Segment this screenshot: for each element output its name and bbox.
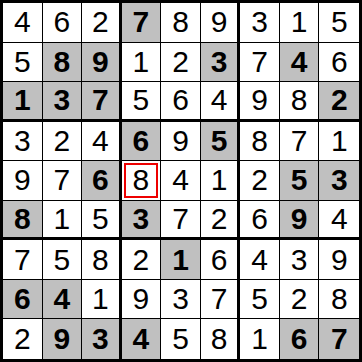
cell-digit: 4 — [133, 324, 150, 354]
cell-r7c9[interactable]: 9 — [319, 240, 359, 280]
cell-digit: 6 — [251, 204, 268, 234]
cell-r5c5[interactable]: 4 — [161, 161, 201, 201]
cell-digit: 5 — [211, 126, 228, 156]
cell-digit: 1 — [172, 245, 189, 275]
cell-digit: 1 — [133, 47, 150, 77]
cell-digit: 5 — [251, 284, 268, 314]
cell-r4c7[interactable]: 8 — [240, 122, 280, 162]
cell-digit: 7 — [331, 324, 348, 354]
cell-digit: 8 — [291, 85, 308, 115]
cell-r3c2[interactable]: 3 — [43, 82, 83, 122]
cell-digit: 6 — [92, 165, 109, 195]
cell-r8c6[interactable]: 7 — [201, 280, 241, 320]
cell-r6c8[interactable]: 9 — [280, 201, 320, 241]
cell-r6c3[interactable]: 5 — [82, 201, 122, 241]
cell-digit: 1 — [211, 165, 228, 195]
cell-r1c7[interactable]: 3 — [240, 3, 280, 43]
cell-digit: 4 — [53, 284, 70, 314]
cell-digit: 5 — [331, 7, 348, 37]
cell-digit: 9 — [53, 324, 70, 354]
cell-r6c6[interactable]: 2 — [201, 201, 241, 241]
cell-digit: 4 — [331, 204, 348, 234]
cell-digit: 3 — [172, 284, 189, 314]
cell-r7c5[interactable]: 1 — [161, 240, 201, 280]
cell-r1c1[interactable]: 4 — [3, 3, 43, 43]
cell-digit: 9 — [14, 165, 31, 195]
cell-r6c9[interactable]: 4 — [319, 201, 359, 241]
cell-digit: 1 — [251, 324, 268, 354]
cell-r6c2[interactable]: 1 — [43, 201, 83, 241]
cell-digit: 8 — [133, 165, 150, 195]
cell-r7c8[interactable]: 3 — [280, 240, 320, 280]
cell-r4c4[interactable]: 6 — [122, 122, 162, 162]
cell-digit: 2 — [53, 126, 70, 156]
cell-digit: 2 — [92, 7, 109, 37]
cell-digit: 3 — [53, 85, 70, 115]
cell-r3c4[interactable]: 5 — [122, 82, 162, 122]
cell-digit: 9 — [133, 284, 150, 314]
cell-digit: 6 — [14, 284, 31, 314]
cell-r7c3[interactable]: 8 — [82, 240, 122, 280]
cell-digit: 3 — [211, 47, 228, 77]
cell-r6c7[interactable]: 6 — [240, 201, 280, 241]
cell-digit: 9 — [251, 85, 268, 115]
cell-r8c1[interactable]: 6 — [3, 280, 43, 320]
cell-r9c7[interactable]: 1 — [240, 319, 280, 359]
cell-digit: 3 — [14, 126, 31, 156]
cell-r3c5[interactable]: 6 — [161, 82, 201, 122]
cell-digit: 7 — [53, 165, 70, 195]
cell-r9c2[interactable]: 9 — [43, 319, 83, 359]
cell-r3c7[interactable]: 9 — [240, 82, 280, 122]
cell-digit: 2 — [331, 85, 348, 115]
cell-r9c5[interactable]: 5 — [161, 319, 201, 359]
cell-r4c9[interactable]: 1 — [319, 122, 359, 162]
cell-digit: 9 — [172, 126, 189, 156]
cell-r8c8[interactable]: 2 — [280, 280, 320, 320]
cell-digit: 9 — [211, 7, 228, 37]
cell-digit: 4 — [251, 245, 268, 275]
cell-r4c3[interactable]: 4 — [82, 122, 122, 162]
cell-digit: 6 — [172, 85, 189, 115]
cell-digit: 2 — [14, 324, 31, 354]
cell-r1c9[interactable]: 5 — [319, 3, 359, 43]
cell-digit: 2 — [211, 204, 228, 234]
cell-r2c9[interactable]: 6 — [319, 43, 359, 83]
cell-r1c3[interactable]: 2 — [82, 3, 122, 43]
cell-digit: 7 — [251, 47, 268, 77]
cell-r5c9[interactable]: 3 — [319, 161, 359, 201]
cell-r6c4[interactable]: 3 — [122, 201, 162, 241]
cell-digit: 9 — [331, 245, 348, 275]
cell-r2c8[interactable]: 4 — [280, 43, 320, 83]
cell-r3c1[interactable]: 1 — [3, 82, 43, 122]
cell-digit: 2 — [291, 284, 308, 314]
cell-r5c8[interactable]: 5 — [280, 161, 320, 201]
cell-digit: 7 — [211, 284, 228, 314]
cell-digit: 3 — [331, 165, 348, 195]
cell-r2c1[interactable]: 5 — [3, 43, 43, 83]
cell-r3c8[interactable]: 8 — [280, 82, 320, 122]
cell-r8c3[interactable]: 1 — [82, 280, 122, 320]
cell-r9c1[interactable]: 2 — [3, 319, 43, 359]
cell-digit: 9 — [291, 204, 308, 234]
cell-digit: 5 — [133, 85, 150, 115]
cell-r4c1[interactable]: 3 — [3, 122, 43, 162]
cell-r1c4[interactable]: 7 — [122, 3, 162, 43]
cell-r2c5[interactable]: 2 — [161, 43, 201, 83]
cell-digit: 8 — [53, 47, 70, 77]
cell-digit: 8 — [211, 324, 228, 354]
cell-r7c4[interactable]: 2 — [122, 240, 162, 280]
cell-digit: 1 — [14, 85, 31, 115]
cell-r8c7[interactable]: 5 — [240, 280, 280, 320]
cell-digit: 2 — [133, 245, 150, 275]
cell-digit: 9 — [92, 47, 109, 77]
cell-digit: 8 — [92, 245, 109, 275]
cell-digit: 8 — [251, 126, 268, 156]
cell-r4c6[interactable]: 5 — [201, 122, 241, 162]
cell-r3c9[interactable]: 2 — [319, 82, 359, 122]
cell-r8c2[interactable]: 4 — [43, 280, 83, 320]
cell-digit: 4 — [291, 47, 308, 77]
cell-r3c6[interactable]: 4 — [201, 82, 241, 122]
cell-digit: 3 — [92, 324, 109, 354]
cell-r7c1[interactable]: 7 — [3, 240, 43, 280]
cell-r2c7[interactable]: 7 — [240, 43, 280, 83]
cell-digit: 1 — [291, 7, 308, 37]
cell-digit: 2 — [172, 47, 189, 77]
cell-r8c9[interactable]: 8 — [319, 280, 359, 320]
cell-r5c6[interactable]: 1 — [201, 161, 241, 201]
cell-r7c6[interactable]: 6 — [201, 240, 241, 280]
cell-r2c3[interactable]: 9 — [82, 43, 122, 83]
cell-digit: 8 — [14, 204, 31, 234]
cell-digit: 4 — [172, 165, 189, 195]
cell-digit: 1 — [92, 284, 109, 314]
cell-r9c4[interactable]: 4 — [122, 319, 162, 359]
cell-digit: 1 — [53, 204, 70, 234]
cell-digit: 6 — [53, 7, 70, 37]
cell-digit: 4 — [211, 85, 228, 115]
cell-r5c7[interactable]: 2 — [240, 161, 280, 201]
cell-digit: 2 — [251, 165, 268, 195]
cell-r8c4[interactable]: 9 — [122, 280, 162, 320]
cell-r4c5[interactable]: 9 — [161, 122, 201, 162]
cell-r9c8[interactable]: 6 — [280, 319, 320, 359]
cell-r5c2[interactable]: 7 — [43, 161, 83, 201]
cell-digit: 5 — [92, 204, 109, 234]
cell-digit: 7 — [172, 204, 189, 234]
cell-digit: 3 — [251, 7, 268, 37]
cell-digit: 8 — [172, 7, 189, 37]
cell-r6c5[interactable]: 7 — [161, 201, 201, 241]
cell-digit: 7 — [291, 126, 308, 156]
cell-r3c3[interactable]: 7 — [82, 82, 122, 122]
cell-r5c1[interactable]: 9 — [3, 161, 43, 201]
cell-r9c6[interactable]: 8 — [201, 319, 241, 359]
cell-r2c4[interactable]: 1 — [122, 43, 162, 83]
cell-digit: 5 — [14, 47, 31, 77]
cell-digit: 5 — [53, 245, 70, 275]
cell-r7c2[interactable]: 5 — [43, 240, 83, 280]
cell-digit: 8 — [331, 284, 348, 314]
cell-digit: 6 — [291, 324, 308, 354]
cell-digit: 1 — [331, 126, 348, 156]
cell-r9c3[interactable]: 3 — [82, 319, 122, 359]
cell-digit: 5 — [172, 324, 189, 354]
cell-digit: 6 — [211, 245, 228, 275]
cell-digit: 7 — [14, 245, 31, 275]
cell-r8c5[interactable]: 3 — [161, 280, 201, 320]
cell-r1c6[interactable]: 9 — [201, 3, 241, 43]
sudoku-board: 4627893155891237461375649823246958719768… — [0, 0, 362, 362]
cell-r7c7[interactable]: 4 — [240, 240, 280, 280]
cell-digit: 7 — [92, 85, 109, 115]
cell-r2c6[interactable]: 3 — [201, 43, 241, 83]
cell-r5c3[interactable]: 6 — [82, 161, 122, 201]
cell-r1c5[interactable]: 8 — [161, 3, 201, 43]
cell-digit: 3 — [291, 245, 308, 275]
cell-r5c4[interactable]: 8 — [122, 161, 162, 201]
cell-r4c8[interactable]: 7 — [280, 122, 320, 162]
cell-digit: 6 — [331, 47, 348, 77]
cell-digit: 5 — [291, 165, 308, 195]
cell-digit: 7 — [133, 7, 150, 37]
cell-digit: 4 — [14, 7, 31, 37]
cell-r4c2[interactable]: 2 — [43, 122, 83, 162]
cell-r1c8[interactable]: 1 — [280, 3, 320, 43]
cell-digit: 6 — [133, 126, 150, 156]
cell-digit: 4 — [92, 126, 109, 156]
cell-digit: 3 — [133, 204, 150, 234]
cell-r1c2[interactable]: 6 — [43, 3, 83, 43]
cell-r2c2[interactable]: 8 — [43, 43, 83, 83]
cell-r6c1[interactable]: 8 — [3, 201, 43, 241]
cell-r9c9[interactable]: 7 — [319, 319, 359, 359]
